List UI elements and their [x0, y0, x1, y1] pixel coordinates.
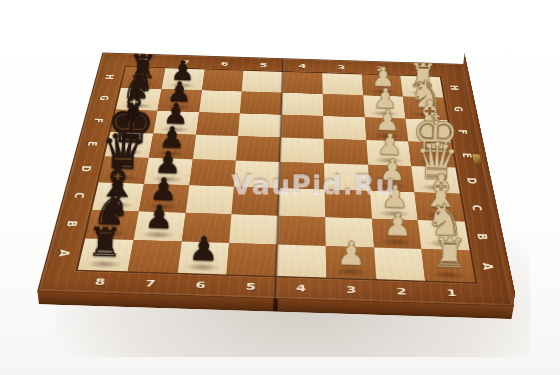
- square-h4[interactable]: [282, 71, 322, 93]
- rank-label-near-4: 4: [276, 275, 327, 299]
- rank-label-near-2: 2: [376, 279, 428, 303]
- rank-label-far-6: 6: [204, 56, 244, 70]
- piece-white-pawn-b2[interactable]: ♟: [373, 208, 422, 241]
- square-g3[interactable]: [322, 93, 364, 116]
- square-f5[interactable]: [238, 113, 281, 137]
- piece-white-rook-a1[interactable]: ♜: [424, 233, 475, 274]
- rank-label-near-8: 8: [73, 269, 128, 293]
- rank-label-far-5: 5: [244, 57, 284, 71]
- file-label-left-G: G: [82, 90, 127, 106]
- piece-black-rook-a8[interactable]: ♜: [80, 222, 131, 263]
- rank-label-far-4: 4: [283, 58, 322, 73]
- square-g6[interactable]: [199, 90, 242, 113]
- square-a1[interactable]: ♜: [422, 249, 475, 282]
- square-h3[interactable]: [322, 73, 363, 95]
- fold-notch: [273, 297, 278, 311]
- file-label-right-H: H: [434, 80, 476, 95]
- file-label-left-H: H: [88, 69, 131, 84]
- square-h6[interactable]: [202, 69, 244, 91]
- piece-black-pawn-a6[interactable]: ♟: [178, 231, 228, 266]
- square-a2[interactable]: [374, 247, 426, 280]
- square-g5[interactable]: [240, 91, 282, 114]
- square-b4[interactable]: [277, 215, 325, 246]
- rank-label-near-3: 3: [326, 277, 377, 301]
- square-a5[interactable]: [227, 243, 278, 276]
- square-d6[interactable]: [189, 159, 236, 186]
- rank-label-near-6: 6: [174, 272, 227, 296]
- square-e4[interactable]: [280, 137, 324, 163]
- square-c6[interactable]: [185, 185, 234, 214]
- rank-label-near-1: 1: [425, 280, 478, 304]
- square-e5[interactable]: [236, 136, 281, 162]
- square-a3[interactable]: ♟: [325, 246, 375, 279]
- square-f4[interactable]: [281, 114, 324, 138]
- square-e3[interactable]: [323, 138, 367, 164]
- piece-black-pawn-b7[interactable]: ♟: [135, 200, 184, 233]
- square-a6[interactable]: ♟: [177, 241, 229, 274]
- file-label-right-G: G: [437, 101, 481, 117]
- watermark: VauPid.Ru: [231, 168, 396, 199]
- square-e6[interactable]: [192, 134, 238, 160]
- rank-label-far-3: 3: [322, 59, 361, 74]
- square-h5[interactable]: [242, 70, 283, 92]
- square-b7[interactable]: ♟: [133, 211, 185, 242]
- rank-label-near-7: 7: [123, 271, 177, 295]
- square-b2[interactable]: ♟: [371, 218, 421, 249]
- square-a7[interactable]: [127, 240, 181, 273]
- product-photo-scene: ♜♟♟♜♞♟♟♞♝♟♟♝♚♟♟♚♛♟♟♛♝♟♟♝♞♟♟♞♜♟♟♜ 8765432…: [0, 0, 560, 375]
- square-a8[interactable]: ♜: [78, 238, 133, 271]
- square-f3[interactable]: [323, 115, 366, 139]
- square-f6[interactable]: [196, 111, 240, 135]
- piece-white-pawn-a3[interactable]: ♟: [326, 236, 376, 271]
- square-a4[interactable]: [276, 244, 326, 277]
- square-b5[interactable]: [229, 213, 278, 244]
- square-g4[interactable]: [281, 92, 322, 115]
- rank-label-near-5: 5: [225, 274, 276, 298]
